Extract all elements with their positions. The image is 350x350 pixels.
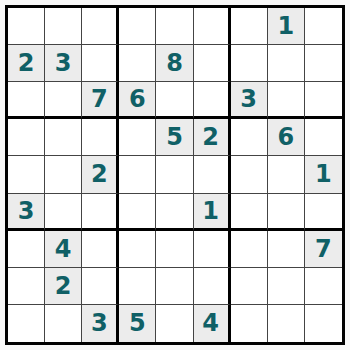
cell-r2c3[interactable] [82, 45, 119, 82]
cell-r6c9[interactable] [305, 194, 342, 231]
cell-r6c5[interactable] [156, 194, 193, 231]
cell-r3c7[interactable]: 3 [231, 82, 268, 119]
cell-r5c1[interactable] [8, 156, 45, 193]
cell-r1c5[interactable] [156, 8, 193, 45]
cell-r9c9[interactable] [305, 305, 342, 342]
cell-r8c8[interactable] [268, 268, 305, 305]
cell-r8c2[interactable]: 2 [45, 268, 82, 305]
cell-r5c5[interactable] [156, 156, 193, 193]
cell-r7c9[interactable]: 7 [305, 231, 342, 268]
cell-r5c7[interactable] [231, 156, 268, 193]
cell-r5c2[interactable] [45, 156, 82, 193]
cell-r4c7[interactable] [231, 119, 268, 156]
cell-r8c3[interactable] [82, 268, 119, 305]
cell-r1c8[interactable]: 1 [268, 8, 305, 45]
cell-r6c7[interactable] [231, 194, 268, 231]
cell-r7c8[interactable] [268, 231, 305, 268]
cell-r1c1[interactable] [8, 8, 45, 45]
cell-r9c6[interactable]: 4 [194, 305, 231, 342]
cell-r3c8[interactable] [268, 82, 305, 119]
cell-r2c8[interactable] [268, 45, 305, 82]
cell-r3c2[interactable] [45, 82, 82, 119]
cell-r1c9[interactable] [305, 8, 342, 45]
cell-r3c4[interactable]: 6 [119, 82, 156, 119]
cell-r7c1[interactable] [8, 231, 45, 268]
cell-r4c1[interactable] [8, 119, 45, 156]
cell-r7c7[interactable] [231, 231, 268, 268]
cell-r9c8[interactable] [268, 305, 305, 342]
cell-r6c2[interactable] [45, 194, 82, 231]
cell-r1c2[interactable] [45, 8, 82, 45]
cell-r8c5[interactable] [156, 268, 193, 305]
cell-r4c2[interactable] [45, 119, 82, 156]
cell-r2c9[interactable] [305, 45, 342, 82]
cell-r5c8[interactable] [268, 156, 305, 193]
cell-r8c6[interactable] [194, 268, 231, 305]
cell-r9c3[interactable]: 3 [82, 305, 119, 342]
cell-r2c4[interactable] [119, 45, 156, 82]
cell-r9c5[interactable] [156, 305, 193, 342]
cell-r2c6[interactable] [194, 45, 231, 82]
cell-r6c6[interactable]: 1 [194, 194, 231, 231]
cell-r8c7[interactable] [231, 268, 268, 305]
cell-r9c4[interactable]: 5 [119, 305, 156, 342]
cell-r4c6[interactable]: 2 [194, 119, 231, 156]
cell-r5c4[interactable] [119, 156, 156, 193]
cell-r2c2[interactable]: 3 [45, 45, 82, 82]
cell-r1c3[interactable] [82, 8, 119, 45]
cell-r2c7[interactable] [231, 45, 268, 82]
cell-r9c7[interactable] [231, 305, 268, 342]
cell-r7c2[interactable]: 4 [45, 231, 82, 268]
cell-r7c6[interactable] [194, 231, 231, 268]
cell-r7c3[interactable] [82, 231, 119, 268]
cell-r3c5[interactable] [156, 82, 193, 119]
cell-r4c4[interactable] [119, 119, 156, 156]
cell-r5c9[interactable]: 1 [305, 156, 342, 193]
sudoku-board: 12387635262131472354 [5, 5, 345, 345]
cell-r3c9[interactable] [305, 82, 342, 119]
cell-r7c5[interactable] [156, 231, 193, 268]
cell-r7c4[interactable] [119, 231, 156, 268]
cell-r9c1[interactable] [8, 305, 45, 342]
cell-r4c8[interactable]: 6 [268, 119, 305, 156]
cell-r2c1[interactable]: 2 [8, 45, 45, 82]
cell-r1c7[interactable] [231, 8, 268, 45]
cell-r6c4[interactable] [119, 194, 156, 231]
cell-r3c6[interactable] [194, 82, 231, 119]
cell-r1c6[interactable] [194, 8, 231, 45]
cell-r6c1[interactable]: 3 [8, 194, 45, 231]
cell-r1c4[interactable] [119, 8, 156, 45]
cell-r8c4[interactable] [119, 268, 156, 305]
cell-r6c8[interactable] [268, 194, 305, 231]
cell-r4c5[interactable]: 5 [156, 119, 193, 156]
cell-r2c5[interactable]: 8 [156, 45, 193, 82]
cell-r5c6[interactable] [194, 156, 231, 193]
cell-r9c2[interactable] [45, 305, 82, 342]
cell-r6c3[interactable] [82, 194, 119, 231]
cell-r8c1[interactable] [8, 268, 45, 305]
cell-r8c9[interactable] [305, 268, 342, 305]
cell-r4c3[interactable] [82, 119, 119, 156]
cell-r3c1[interactable] [8, 82, 45, 119]
cell-r4c9[interactable] [305, 119, 342, 156]
cell-r3c3[interactable]: 7 [82, 82, 119, 119]
cell-r5c3[interactable]: 2 [82, 156, 119, 193]
